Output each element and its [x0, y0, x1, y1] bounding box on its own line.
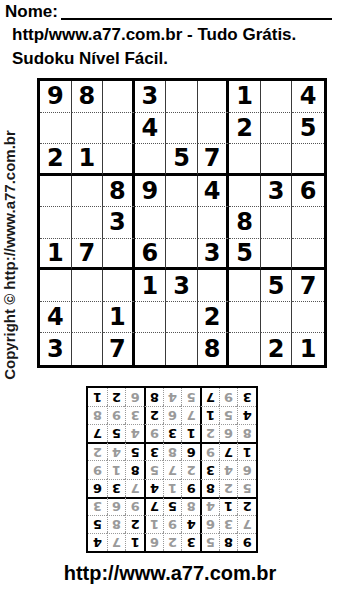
solution-cell-r9c8: 2 — [107, 388, 126, 406]
solution-cell-r5c9: 9 — [88, 460, 107, 478]
sudoku-cell-r6c5 — [166, 239, 198, 271]
solution-cell-r5c6: 5 — [144, 460, 163, 478]
sudoku-cell-r8c7 — [229, 302, 261, 334]
solution-cell-r2c1: 7 — [237, 515, 256, 533]
solution-cell-r1c4: 3 — [181, 533, 200, 551]
solution-cell-r5c1: 6 — [237, 460, 256, 478]
solution-cell-r7c5: 3 — [163, 424, 182, 442]
sudoku-cell-r8c2 — [72, 302, 104, 334]
solution-cell-r2c2: 3 — [219, 515, 238, 533]
sudoku-cell-r2c6 — [198, 113, 230, 145]
sudoku-cell-r1c7: 1 — [229, 81, 261, 113]
solution-cell-r2c6: 1 — [144, 515, 163, 533]
solution-cell-r7c9: 7 — [88, 424, 107, 442]
sudoku-cell-r6c9 — [292, 239, 324, 271]
sudoku-cell-r2c3 — [103, 113, 135, 145]
sudoku-cell-r6c7: 5 — [229, 239, 261, 271]
solution-cell-r9c6: 8 — [144, 388, 163, 406]
sudoku-cell-r3c6: 7 — [198, 144, 230, 176]
solution-cell-r3c1: 2 — [237, 497, 256, 515]
sudoku-cell-r7c7 — [229, 270, 261, 302]
sudoku-cell-r6c4: 6 — [135, 239, 167, 271]
solution-cell-r6c6: 3 — [144, 442, 163, 460]
sudoku-cell-r1c5 — [166, 81, 198, 113]
sudoku-cell-r5c6 — [198, 207, 230, 239]
solution-cell-r7c4: 1 — [181, 424, 200, 442]
solution-cell-r5c4: 2 — [181, 460, 200, 478]
solution-cell-r6c7: 5 — [125, 442, 144, 460]
puzzle-level-title: Sudoku Nível Fácil. — [12, 49, 168, 69]
copyright-sidebar: Copyright © http://www.a77.com.br — [1, 85, 25, 425]
solution-cell-r1c1: 9 — [237, 533, 256, 551]
sudoku-cell-r9c4 — [135, 333, 167, 365]
sudoku-cell-r6c8 — [261, 239, 293, 271]
sudoku-cell-r2c5 — [166, 113, 198, 145]
sudoku-cell-r2c4: 4 — [135, 113, 167, 145]
solution-cell-r7c6: 9 — [144, 424, 163, 442]
solution-cell-r1c9: 4 — [88, 533, 107, 551]
sudoku-cell-r9c3: 7 — [103, 333, 135, 365]
solution-cell-r3c2: 1 — [219, 497, 238, 515]
solution-cell-r5c7: 8 — [125, 460, 144, 478]
sudoku-cell-r4c1 — [40, 176, 72, 208]
sudoku-cell-r7c6 — [198, 270, 230, 302]
solution-cell-r3c6: 7 — [144, 497, 163, 515]
solution-cell-r4c5: 1 — [163, 479, 182, 497]
sudoku-cell-r1c9: 4 — [292, 81, 324, 113]
solution-cell-r3c4: 8 — [181, 497, 200, 515]
sudoku-cell-r5c1 — [40, 207, 72, 239]
sudoku-cell-r4c4: 9 — [135, 176, 167, 208]
solution-cell-r3c3: 4 — [200, 497, 219, 515]
sudoku-cell-r2c8 — [261, 113, 293, 145]
solution-cell-r9c9: 1 — [88, 388, 107, 406]
sudoku-cell-r2c2 — [72, 113, 104, 145]
solution-cell-r5c2: 4 — [219, 460, 238, 478]
sudoku-cell-r1c3 — [103, 81, 135, 113]
solution-cell-r8c2: 5 — [219, 406, 238, 424]
sudoku-cell-r7c5: 3 — [166, 270, 198, 302]
sudoku-cell-r7c2 — [72, 270, 104, 302]
sudoku-cell-r9c2 — [72, 333, 104, 365]
sudoku-cell-r1c4: 3 — [135, 81, 167, 113]
sudoku-cell-r4c3: 8 — [103, 176, 135, 208]
solution-cell-r2c4: 4 — [181, 515, 200, 533]
sudoku-cell-r5c5 — [166, 207, 198, 239]
solution-cell-r1c6: 6 — [144, 533, 163, 551]
solution-sudoku-grid: 9853261747364912852148579635289147366432… — [86, 386, 258, 553]
sudoku-cell-r3c4 — [135, 144, 167, 176]
solution-cell-r7c1: 8 — [237, 424, 256, 442]
sudoku-cell-r4c7 — [229, 176, 261, 208]
solution-cell-r8c8: 9 — [107, 406, 126, 424]
main-sudoku-grid: 983144252157894363817635135741237821 — [37, 78, 327, 368]
solution-cell-r8c5: 6 — [163, 406, 182, 424]
sudoku-cell-r7c3 — [103, 270, 135, 302]
sudoku-cell-r2c7: 2 — [229, 113, 261, 145]
sudoku-cell-r4c8: 3 — [261, 176, 293, 208]
solution-cell-r4c1: 5 — [237, 479, 256, 497]
solution-cell-r4c7: 7 — [125, 479, 144, 497]
sudoku-cell-r3c1: 2 — [40, 144, 72, 176]
solution-cell-r5c5: 7 — [163, 460, 182, 478]
sudoku-cell-r3c2: 1 — [72, 144, 104, 176]
sudoku-cell-r3c9 — [292, 144, 324, 176]
sudoku-cell-r4c9: 6 — [292, 176, 324, 208]
sudoku-cell-r9c8: 2 — [261, 333, 293, 365]
solution-cell-r4c2: 2 — [219, 479, 238, 497]
solution-cell-r9c1: 3 — [237, 388, 256, 406]
solution-cell-r6c4: 6 — [181, 442, 200, 460]
sudoku-cell-r1c2: 8 — [72, 81, 104, 113]
sudoku-cell-r8c5 — [166, 302, 198, 334]
sudoku-cell-r6c6: 3 — [198, 239, 230, 271]
solution-cell-r5c3: 3 — [200, 460, 219, 478]
solution-cell-r2c5: 9 — [163, 515, 182, 533]
name-field-row: Nome: — [5, 2, 334, 22]
sudoku-cell-r5c2 — [72, 207, 104, 239]
sudoku-cell-r6c2: 7 — [72, 239, 104, 271]
sudoku-cell-r4c5 — [166, 176, 198, 208]
solution-cell-r5c8: 1 — [107, 460, 126, 478]
solution-cell-r6c8: 4 — [107, 442, 126, 460]
solution-cell-r3c9: 3 — [88, 497, 107, 515]
sudoku-cell-r9c7 — [229, 333, 261, 365]
sudoku-cell-r7c8: 5 — [261, 270, 293, 302]
sudoku-cell-r4c6: 4 — [198, 176, 230, 208]
site-header-text: http/www.a77.com.br - Tudo Grátis. — [12, 25, 296, 45]
solution-cell-r3c7: 9 — [125, 497, 144, 515]
sudoku-cell-r3c8 — [261, 144, 293, 176]
name-label: Nome: — [5, 2, 58, 22]
sudoku-cell-r6c3 — [103, 239, 135, 271]
solution-cell-r1c8: 7 — [107, 533, 126, 551]
sudoku-cell-r5c7: 8 — [229, 207, 261, 239]
sudoku-cell-r3c5: 5 — [166, 144, 198, 176]
sudoku-cell-r9c1: 3 — [40, 333, 72, 365]
sudoku-cell-r7c9: 7 — [292, 270, 324, 302]
copyright-text: Copyright © http://www.a77.com.br — [1, 85, 25, 425]
solution-cell-r6c9: 2 — [88, 442, 107, 460]
solution-cell-r6c5: 8 — [163, 442, 182, 460]
solution-cell-r9c4: 5 — [181, 388, 200, 406]
sudoku-cell-r4c2 — [72, 176, 104, 208]
solution-cell-r2c3: 6 — [200, 515, 219, 533]
solution-cell-r2c9: 5 — [88, 515, 107, 533]
solution-cell-r6c3: 9 — [200, 442, 219, 460]
sudoku-cell-r8c6: 2 — [198, 302, 230, 334]
solution-cell-r9c3: 7 — [200, 388, 219, 406]
solution-cell-r3c5: 5 — [163, 497, 182, 515]
solution-cell-r7c7: 4 — [125, 424, 144, 442]
solution-cell-r2c7: 2 — [125, 515, 144, 533]
solution-cell-r1c7: 1 — [125, 533, 144, 551]
solution-cell-r8c3: 1 — [200, 406, 219, 424]
sudoku-cell-r9c9: 1 — [292, 333, 324, 365]
sudoku-cell-r7c4: 1 — [135, 270, 167, 302]
solution-cell-r1c2: 8 — [219, 533, 238, 551]
sudoku-cell-r8c3: 1 — [103, 302, 135, 334]
solution-cell-r4c4: 9 — [181, 479, 200, 497]
solution-cell-r1c3: 5 — [200, 533, 219, 551]
solution-cell-r8c1: 4 — [237, 406, 256, 424]
sudoku-cell-r1c6 — [198, 81, 230, 113]
sudoku-cell-r5c4 — [135, 207, 167, 239]
solution-cell-r8c7: 3 — [125, 406, 144, 424]
sudoku-cell-r9c5 — [166, 333, 198, 365]
solution-cell-r4c6: 4 — [144, 479, 163, 497]
solution-cell-r7c3: 2 — [200, 424, 219, 442]
sudoku-cell-r3c3 — [103, 144, 135, 176]
solution-cell-r1c5: 2 — [163, 533, 182, 551]
solution-cell-r2c8: 8 — [107, 515, 126, 533]
sudoku-cell-r8c4 — [135, 302, 167, 334]
name-blank-line — [61, 2, 332, 20]
sudoku-cell-r9c6: 8 — [198, 333, 230, 365]
sudoku-cell-r5c8 — [261, 207, 293, 239]
sudoku-cell-r8c9 — [292, 302, 324, 334]
solution-cell-r9c7: 6 — [125, 388, 144, 406]
sudoku-cell-r5c3: 3 — [103, 207, 135, 239]
solution-cell-r4c9: 6 — [88, 479, 107, 497]
solution-cell-r8c9: 8 — [88, 406, 107, 424]
solution-cell-r6c1: 1 — [237, 442, 256, 460]
sudoku-cell-r7c1 — [40, 270, 72, 302]
sudoku-cell-r5c9 — [292, 207, 324, 239]
solution-cell-r9c2: 9 — [219, 388, 238, 406]
solution-cell-r4c3: 8 — [200, 479, 219, 497]
solution-cell-r8c4: 7 — [181, 406, 200, 424]
sudoku-cell-r2c9: 5 — [292, 113, 324, 145]
sudoku-cell-r8c8 — [261, 302, 293, 334]
solution-cell-r7c2: 6 — [219, 424, 238, 442]
solution-cell-r4c8: 3 — [107, 479, 126, 497]
solution-cell-r9c5: 4 — [163, 388, 182, 406]
sudoku-cell-r3c7 — [229, 144, 261, 176]
solution-cell-r6c2: 7 — [219, 442, 238, 460]
solution-cell-r8c6: 2 — [144, 406, 163, 424]
sudoku-cell-r2c1 — [40, 113, 72, 145]
sudoku-cell-r1c8 — [261, 81, 293, 113]
sudoku-cell-r8c1: 4 — [40, 302, 72, 334]
sudoku-cell-r1c1: 9 — [40, 81, 72, 113]
footer-url: http://www.a77.com.br — [0, 562, 340, 585]
solution-cell-r3c8: 6 — [107, 497, 126, 515]
sudoku-cell-r6c1: 1 — [40, 239, 72, 271]
solution-cell-r7c8: 5 — [107, 424, 126, 442]
